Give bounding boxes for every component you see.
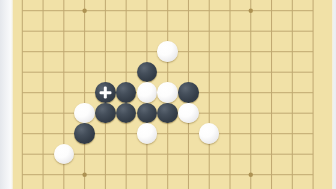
right-edge-strip xyxy=(332,0,336,189)
intersection[interactable] xyxy=(282,164,303,185)
intersection[interactable] xyxy=(157,164,178,185)
intersection[interactable] xyxy=(95,62,116,83)
intersection[interactable] xyxy=(240,103,261,124)
intersection[interactable] xyxy=(33,123,54,144)
intersection[interactable] xyxy=(33,164,54,185)
intersection[interactable] xyxy=(199,21,220,42)
intersection[interactable] xyxy=(303,164,324,185)
intersection[interactable] xyxy=(95,41,116,62)
intersection[interactable] xyxy=(53,21,74,42)
intersection[interactable] xyxy=(116,123,137,144)
intersection[interactable] xyxy=(53,41,74,62)
intersection[interactable] xyxy=(74,0,95,21)
intersection[interactable] xyxy=(74,103,95,124)
intersection[interactable] xyxy=(116,41,137,62)
intersection[interactable] xyxy=(12,62,33,83)
white-stone xyxy=(157,41,178,62)
intersection[interactable] xyxy=(240,82,261,103)
intersection[interactable] xyxy=(220,164,241,185)
white-stone xyxy=(137,123,158,144)
intersection[interactable] xyxy=(240,62,261,83)
intersection[interactable] xyxy=(95,0,116,21)
intersection[interactable] xyxy=(12,41,33,62)
intersection[interactable] xyxy=(199,0,220,21)
intersection[interactable] xyxy=(178,164,199,185)
white-stone xyxy=(199,123,220,144)
intersection[interactable] xyxy=(199,144,220,165)
intersection[interactable] xyxy=(157,21,178,42)
intersection[interactable] xyxy=(95,103,116,124)
intersection[interactable] xyxy=(178,62,199,83)
intersection[interactable] xyxy=(220,82,241,103)
intersection[interactable] xyxy=(157,62,178,83)
intersection[interactable] xyxy=(261,103,282,124)
intersection[interactable] xyxy=(136,103,157,124)
intersection[interactable] xyxy=(178,21,199,42)
intersection[interactable] xyxy=(157,123,178,144)
intersection[interactable] xyxy=(240,144,261,165)
intersection[interactable] xyxy=(220,62,241,83)
intersection[interactable] xyxy=(303,41,324,62)
black-stone xyxy=(95,82,116,103)
intersection[interactable] xyxy=(74,62,95,83)
white-stone xyxy=(74,103,95,124)
intersection[interactable] xyxy=(116,0,137,21)
left-edge-strip xyxy=(0,0,13,189)
intersection[interactable] xyxy=(12,0,33,21)
intersection[interactable] xyxy=(303,144,324,165)
intersection[interactable] xyxy=(12,144,33,165)
intersection[interactable] xyxy=(95,82,116,103)
intersection[interactable] xyxy=(157,103,178,124)
intersection[interactable] xyxy=(178,123,199,144)
intersection[interactable] xyxy=(178,0,199,21)
intersection[interactable] xyxy=(199,82,220,103)
intersection[interactable] xyxy=(53,62,74,83)
intersection[interactable] xyxy=(95,144,116,165)
intersection[interactable] xyxy=(282,0,303,21)
intersection[interactable] xyxy=(282,123,303,144)
intersection[interactable] xyxy=(12,21,33,42)
intersection[interactable] xyxy=(33,62,54,83)
black-stone xyxy=(137,103,158,124)
gomoku-board[interactable] xyxy=(12,0,323,185)
intersection[interactable] xyxy=(199,41,220,62)
white-stone xyxy=(178,103,199,124)
intersection[interactable] xyxy=(12,103,33,124)
intersection[interactable] xyxy=(33,41,54,62)
intersection[interactable] xyxy=(136,21,157,42)
intersection[interactable] xyxy=(136,164,157,185)
black-stone xyxy=(116,103,137,124)
intersection[interactable] xyxy=(33,0,54,21)
intersection[interactable] xyxy=(261,62,282,83)
intersection[interactable] xyxy=(240,0,261,21)
intersection[interactable] xyxy=(220,21,241,42)
intersection[interactable] xyxy=(136,41,157,62)
intersection[interactable] xyxy=(136,0,157,21)
intersection[interactable] xyxy=(116,21,137,42)
intersection[interactable] xyxy=(12,164,33,185)
intersection[interactable] xyxy=(136,123,157,144)
intersection[interactable] xyxy=(74,41,95,62)
intersection[interactable] xyxy=(116,82,137,103)
intersection[interactable] xyxy=(157,82,178,103)
intersection[interactable] xyxy=(303,62,324,83)
intersection[interactable] xyxy=(282,144,303,165)
intersection[interactable] xyxy=(261,21,282,42)
intersection[interactable] xyxy=(261,41,282,62)
intersection[interactable] xyxy=(178,82,199,103)
intersection[interactable] xyxy=(220,0,241,21)
white-stone xyxy=(137,82,158,103)
white-stone xyxy=(157,82,178,103)
intersection[interactable] xyxy=(53,123,74,144)
intersection[interactable] xyxy=(53,103,74,124)
gomoku-board-screenshot xyxy=(0,0,336,189)
intersection[interactable] xyxy=(199,123,220,144)
black-stone xyxy=(95,103,116,124)
cursor-marker-icon xyxy=(99,86,112,99)
intersection[interactable] xyxy=(136,82,157,103)
intersection[interactable] xyxy=(95,123,116,144)
black-stone xyxy=(137,62,158,83)
intersection[interactable] xyxy=(220,123,241,144)
intersection[interactable] xyxy=(240,41,261,62)
intersection[interactable] xyxy=(282,21,303,42)
intersection[interactable] xyxy=(220,103,241,124)
intersection[interactable] xyxy=(220,144,241,165)
intersection[interactable] xyxy=(303,123,324,144)
intersection[interactable] xyxy=(282,62,303,83)
intersection[interactable] xyxy=(240,21,261,42)
black-stone xyxy=(178,82,199,103)
intersection[interactable] xyxy=(74,82,95,103)
intersection[interactable] xyxy=(261,0,282,21)
intersection[interactable] xyxy=(178,144,199,165)
intersection[interactable] xyxy=(116,144,137,165)
intersection[interactable] xyxy=(261,82,282,103)
intersection[interactable] xyxy=(220,41,241,62)
intersection[interactable] xyxy=(199,164,220,185)
intersection[interactable] xyxy=(261,164,282,185)
intersection[interactable] xyxy=(282,41,303,62)
intersection[interactable] xyxy=(74,21,95,42)
intersection[interactable] xyxy=(95,21,116,42)
intersection[interactable] xyxy=(33,21,54,42)
intersection[interactable] xyxy=(53,82,74,103)
intersection[interactable] xyxy=(157,144,178,165)
intersection[interactable] xyxy=(116,164,137,185)
intersection[interactable] xyxy=(303,21,324,42)
black-stone xyxy=(157,103,178,124)
intersection[interactable] xyxy=(240,123,261,144)
intersection[interactable] xyxy=(33,144,54,165)
intersection[interactable] xyxy=(178,41,199,62)
intersection[interactable] xyxy=(136,144,157,165)
intersection[interactable] xyxy=(53,164,74,185)
intersection[interactable] xyxy=(303,0,324,21)
intersection[interactable] xyxy=(116,62,137,83)
intersection[interactable] xyxy=(33,103,54,124)
intersection[interactable] xyxy=(116,103,137,124)
intersection[interactable] xyxy=(53,0,74,21)
intersection[interactable] xyxy=(53,144,74,165)
intersection[interactable] xyxy=(12,123,33,144)
intersection[interactable] xyxy=(199,103,220,124)
black-stone xyxy=(116,82,137,103)
intersection[interactable] xyxy=(282,103,303,124)
intersection[interactable] xyxy=(136,62,157,83)
intersection[interactable] xyxy=(74,164,95,185)
intersection[interactable] xyxy=(33,82,54,103)
intersection[interactable] xyxy=(12,82,33,103)
intersection[interactable] xyxy=(261,144,282,165)
white-stone xyxy=(54,144,75,165)
intersection[interactable] xyxy=(261,123,282,144)
black-stone xyxy=(74,123,95,144)
intersection[interactable] xyxy=(199,62,220,83)
intersection[interactable] xyxy=(95,164,116,185)
intersection[interactable] xyxy=(157,41,178,62)
intersection[interactable] xyxy=(157,0,178,21)
intersection[interactable] xyxy=(240,164,261,185)
intersection[interactable] xyxy=(303,82,324,103)
intersection[interactable] xyxy=(74,144,95,165)
intersection[interactable] xyxy=(303,103,324,124)
intersection[interactable] xyxy=(74,123,95,144)
intersection[interactable] xyxy=(178,103,199,124)
intersection[interactable] xyxy=(282,82,303,103)
